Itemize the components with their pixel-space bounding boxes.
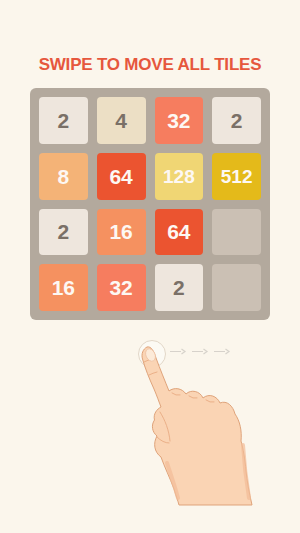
- tile-4: 4: [97, 97, 146, 144]
- tile-64: 64: [155, 209, 204, 256]
- tile-2: 2: [39, 209, 88, 256]
- tile-8: 8: [39, 153, 88, 200]
- tile-2: 2: [155, 264, 204, 311]
- tile-32: 32: [155, 97, 204, 144]
- tile-64: 64: [97, 153, 146, 200]
- tile-512: 512: [212, 153, 261, 200]
- pointing-hand-icon: [142, 347, 252, 505]
- tile-2: 2: [212, 97, 261, 144]
- swipe-tutorial-illustration: [120, 335, 300, 510]
- hand-illustration: [120, 335, 300, 510]
- page-title: SWIPE TO MOVE ALL TILES: [0, 55, 300, 75]
- tile-128: 128: [155, 153, 204, 200]
- swipe-trail-icon: [170, 349, 229, 354]
- tile-32: 32: [97, 264, 146, 311]
- board[interactable]: 243228641285122166416322: [30, 88, 270, 320]
- tile-16: 16: [39, 264, 88, 311]
- tile-16: 16: [97, 209, 146, 256]
- cell-empty: [212, 264, 261, 311]
- cell-empty: [212, 209, 261, 256]
- tile-2: 2: [39, 97, 88, 144]
